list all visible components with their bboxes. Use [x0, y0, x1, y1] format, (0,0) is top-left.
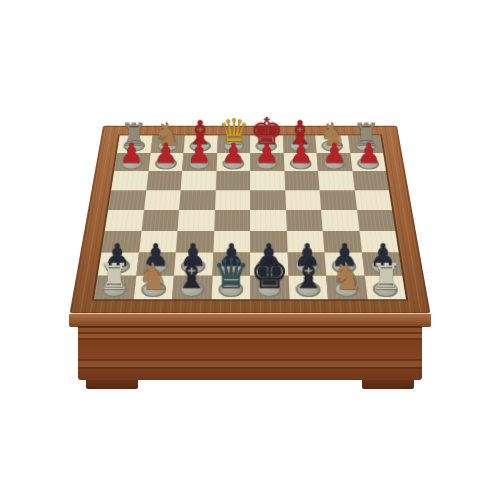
board-scene: ♜♞♝♛♚♝♞♜♟♟♟♟♟♟♟♟♟♟♟♟♟♟♟♟♜♞♝♛♚♝♞♜ [0, 0, 500, 500]
pawn-glyph: ♟ [250, 140, 284, 168]
pawn-glyph: ♟ [352, 140, 386, 168]
square-d5 [215, 190, 251, 210]
chest-foot-left [86, 380, 138, 389]
product-photo: ♜♞♝♛♚♝♞♜♟♟♟♟♟♟♟♟♟♟♟♟♟♟♟♟♜♞♝♛♚♝♞♜ [0, 0, 500, 500]
square-c6 [181, 171, 216, 190]
square-f4 [286, 210, 323, 231]
square-e7: ♟ [250, 153, 284, 171]
pawn-glyph: ♟ [318, 140, 352, 168]
square-c7: ♟ [182, 153, 217, 171]
square-g6 [318, 171, 354, 190]
square-c5 [179, 190, 215, 210]
piece-black-pawn: ♟ [216, 153, 250, 171]
square-d7: ♟ [216, 153, 250, 171]
square-f7: ♟ [283, 153, 318, 171]
square-a6 [111, 171, 148, 190]
square-h1: ♜ [364, 275, 406, 299]
square-b6 [146, 171, 182, 190]
square-a5 [108, 190, 146, 210]
knight-glyph: ♞ [328, 257, 367, 294]
piece-white-knight: ♞ [326, 275, 367, 299]
pawn-glyph: ♟ [148, 140, 182, 168]
piece-white-bishop: ♝ [172, 275, 212, 299]
piece-black-pawn: ♟ [182, 153, 217, 171]
square-g5 [319, 190, 356, 210]
square-b1: ♞ [133, 275, 174, 299]
square-b5 [144, 190, 181, 210]
storage-chest-front [78, 326, 422, 380]
square-h6 [352, 171, 389, 190]
square-f6 [284, 171, 319, 190]
knight-glyph: ♞ [134, 257, 173, 294]
square-f5 [285, 190, 321, 210]
square-c4 [177, 210, 214, 231]
square-e1: ♚ [250, 275, 289, 299]
piece-white-knight: ♞ [133, 275, 174, 299]
square-e6 [250, 171, 285, 190]
square-g1: ♞ [326, 275, 367, 299]
rook-glyph: ♜ [366, 258, 405, 294]
square-b4 [141, 210, 179, 231]
board-squares: ♜♞♝♛♚♝♞♜♟♟♟♟♟♟♟♟♟♟♟♟♟♟♟♟♜♞♝♛♚♝♞♜ [94, 135, 406, 299]
square-a1: ♜ [94, 275, 136, 299]
bishop-glyph: ♝ [172, 256, 211, 294]
square-c1: ♝ [172, 275, 212, 299]
square-g4 [321, 210, 359, 231]
piece-white-queen: ♛ [211, 275, 250, 299]
square-d6 [215, 171, 250, 190]
queen-glyph: ♛ [211, 253, 250, 295]
square-h5 [354, 190, 392, 210]
king-glyph: ♚ [250, 251, 289, 295]
square-a4 [105, 210, 144, 231]
piece-black-pawn: ♟ [250, 153, 284, 171]
pawn-glyph: ♟ [115, 140, 149, 168]
square-a7: ♟ [114, 153, 150, 171]
piece-black-pawn: ♟ [283, 153, 318, 171]
chest-foot-right [362, 380, 414, 389]
piece-white-rook: ♜ [94, 275, 136, 299]
piece-black-pawn: ♟ [114, 153, 150, 171]
rook-glyph: ♜ [95, 258, 134, 294]
bishop-glyph: ♝ [289, 256, 328, 294]
piece-white-king: ♚ [250, 275, 289, 299]
piece-black-pawn: ♟ [148, 153, 183, 171]
piece-black-pawn: ♟ [350, 153, 386, 171]
square-h4 [357, 210, 396, 231]
square-d4 [214, 210, 250, 231]
square-g7: ♟ [317, 153, 352, 171]
pawn-glyph: ♟ [284, 140, 318, 168]
square-d1: ♛ [211, 275, 250, 299]
square-h7: ♟ [350, 153, 386, 171]
square-f1: ♝ [288, 275, 328, 299]
square-e5 [250, 190, 286, 210]
square-e4 [250, 210, 286, 231]
piece-black-pawn: ♟ [317, 153, 352, 171]
pawn-glyph: ♟ [216, 140, 250, 168]
pawn-glyph: ♟ [182, 140, 216, 168]
piece-white-bishop: ♝ [288, 275, 328, 299]
square-b7: ♟ [148, 153, 183, 171]
piece-white-rook: ♜ [364, 275, 406, 299]
chess-board: ♜♞♝♛♚♝♞♜♟♟♟♟♟♟♟♟♟♟♟♟♟♟♟♟♜♞♝♛♚♝♞♜ [70, 126, 431, 313]
